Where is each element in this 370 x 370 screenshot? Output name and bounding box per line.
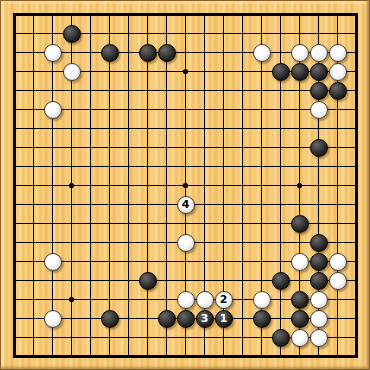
stone-black	[253, 310, 271, 328]
stone-black	[101, 44, 119, 62]
stone-black	[310, 139, 328, 157]
stone-white	[310, 44, 328, 62]
stone-black	[158, 44, 176, 62]
stone-black	[291, 215, 309, 233]
stone-black	[310, 63, 328, 81]
stone-white	[177, 234, 195, 252]
stone-white	[310, 291, 328, 309]
stone-black	[310, 82, 328, 100]
move-1-label: 1	[220, 313, 228, 325]
stone-white	[291, 329, 309, 347]
stone-black	[177, 310, 195, 328]
stone-black	[101, 310, 119, 328]
stone-white	[310, 101, 328, 119]
move-1-stone-black: 1	[215, 310, 233, 328]
stone-black	[272, 63, 290, 81]
stone-black	[291, 310, 309, 328]
move-3-stone-black: 3	[196, 310, 214, 328]
stones-layer: 4231	[5, 5, 366, 366]
stone-white	[310, 310, 328, 328]
stone-black	[139, 44, 157, 62]
stone-white	[44, 310, 62, 328]
stone-black	[272, 272, 290, 290]
stone-white	[329, 44, 347, 62]
stone-black	[63, 25, 81, 43]
stone-white	[310, 329, 328, 347]
move-4-stone-white: 4	[177, 196, 195, 214]
stone-black	[329, 82, 347, 100]
move-4-label: 4	[182, 199, 190, 211]
stone-black	[310, 253, 328, 271]
stone-white	[329, 253, 347, 271]
stone-black	[310, 272, 328, 290]
stone-white	[44, 253, 62, 271]
move-2-stone-white: 2	[215, 291, 233, 309]
stone-white	[329, 63, 347, 81]
go-board[interactable]: 4231	[0, 0, 370, 370]
move-2-label: 2	[220, 294, 228, 306]
stone-black	[272, 329, 290, 347]
stone-white	[177, 291, 195, 309]
stone-black	[291, 63, 309, 81]
stone-white	[44, 44, 62, 62]
stone-white	[63, 63, 81, 81]
stone-white	[291, 253, 309, 271]
stone-white	[253, 291, 271, 309]
stone-black	[139, 272, 157, 290]
move-3-label: 3	[201, 313, 209, 325]
stone-white	[253, 44, 271, 62]
stone-black	[310, 234, 328, 252]
stone-black	[291, 291, 309, 309]
stone-white	[196, 291, 214, 309]
stone-white	[329, 272, 347, 290]
stone-white	[44, 101, 62, 119]
stone-black	[158, 310, 176, 328]
stone-white	[291, 44, 309, 62]
